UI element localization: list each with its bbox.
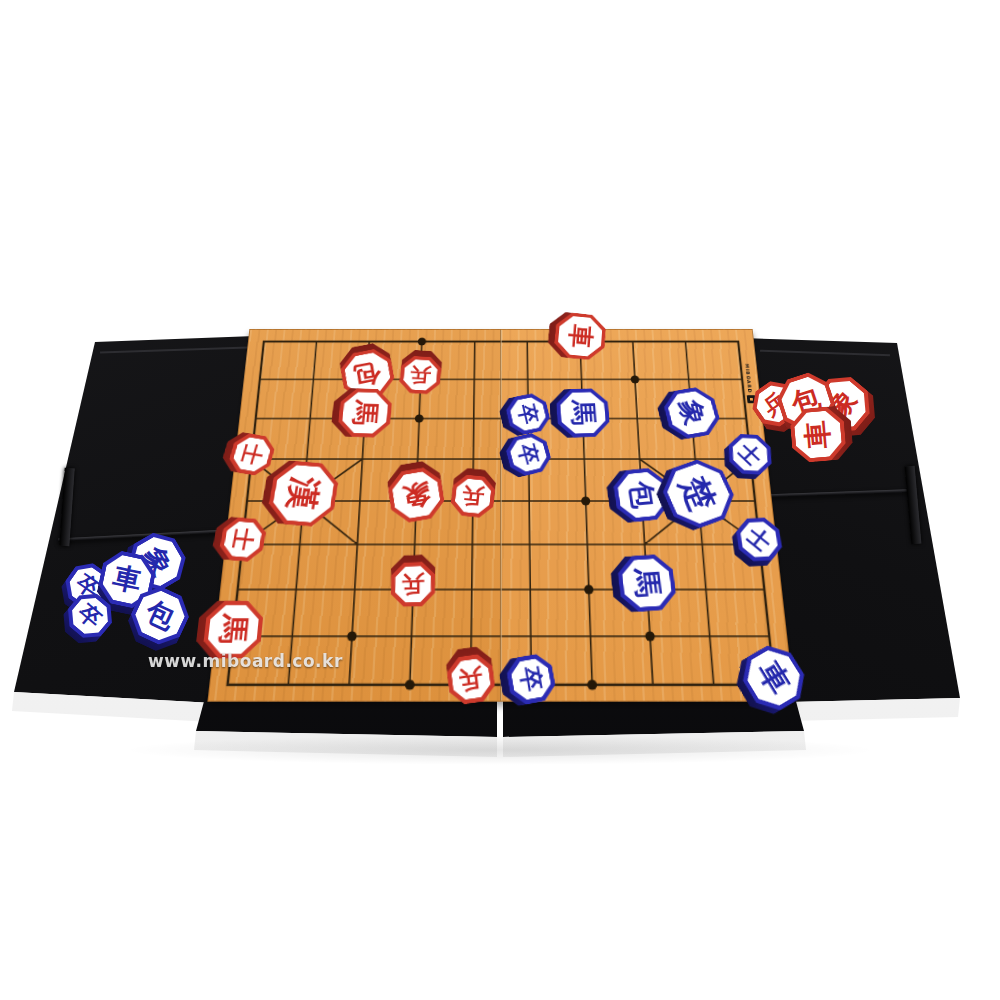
piece-glyph: 馬 (568, 400, 597, 426)
janggi-piece-red-soldier[interactable]: 兵 (398, 355, 443, 395)
janggi-piece-red-soldier[interactable]: 兵 (391, 561, 436, 607)
janggi-piece-red-chariot[interactable]: 車 (553, 311, 607, 361)
janggi-piece-blue-soldier[interactable]: 卒 (504, 651, 558, 707)
piece-glyph: 車 (753, 657, 795, 699)
piece-glyph: 楚 (675, 473, 720, 515)
janggi-piece-red-soldier[interactable]: 兵 (449, 473, 497, 519)
janggi-piece-red-general-han[interactable]: 漢 (266, 459, 342, 528)
piece-glyph: 卒 (516, 442, 542, 467)
piece-glyph: 包 (141, 597, 178, 634)
piece-glyph: 車 (566, 323, 594, 349)
piece-glyph: 馬 (217, 614, 250, 644)
piece-glyph: 卒 (516, 402, 541, 426)
janggi-piece-blue-horse[interactable]: 馬 (616, 553, 679, 613)
piece-glyph: 馬 (350, 400, 379, 426)
product-photo-scene: MIBOARD 車包兵馬士漢象兵士兵馬兵卒馬象卒士包楚士馬卒車 象卒車卒包兵象包… (0, 0, 1000, 1000)
piece-glyph: 兵 (461, 484, 485, 507)
piece-glyph: 包 (626, 480, 658, 510)
janggi-piece-red-elephant[interactable]: 象 (386, 465, 447, 525)
board-fold-seam (500, 330, 502, 701)
janggi-piece-blue-horse[interactable]: 馬 (555, 388, 610, 438)
piece-glyph: 士 (230, 527, 256, 551)
janggi-piece-red-horse[interactable]: 馬 (202, 601, 265, 659)
floor-shadow (120, 735, 880, 765)
piece-glyph: 卒 (75, 600, 106, 631)
piece-glyph: 兵 (457, 665, 483, 693)
piece-glyph: 車 (110, 563, 143, 596)
janggi-piece-red-chariot[interactable]: 車 (789, 405, 848, 464)
janggi-piece-red-advisor[interactable]: 士 (217, 516, 268, 563)
piece-glyph: 象 (401, 479, 433, 510)
piece-glyph: 兵 (402, 572, 425, 596)
piece-glyph: 卒 (518, 665, 546, 694)
piece-glyph: 兵 (409, 365, 432, 385)
piece-glyph: 象 (675, 398, 708, 427)
brand-logo-text: MIBOARD (744, 364, 753, 393)
piece-glyph: 士 (239, 442, 266, 466)
piece-glyph: 包 (352, 359, 382, 388)
piece-glyph: 馬 (631, 567, 663, 598)
piece-glyph: 車 (803, 419, 833, 449)
piece-glyph: 士 (735, 440, 766, 469)
piece-glyph: 漢 (284, 476, 323, 512)
watermark-text: www.miboard.co.kr (148, 651, 343, 671)
janggi-board: MIBOARD 車包兵馬士漢象兵士兵馬兵卒馬象卒士包楚士馬卒車 (207, 329, 794, 702)
piece-glyph: 士 (743, 524, 774, 555)
janggi-piece-red-horse[interactable]: 馬 (336, 388, 393, 438)
janggi-piece-red-soldier[interactable]: 兵 (445, 652, 497, 706)
